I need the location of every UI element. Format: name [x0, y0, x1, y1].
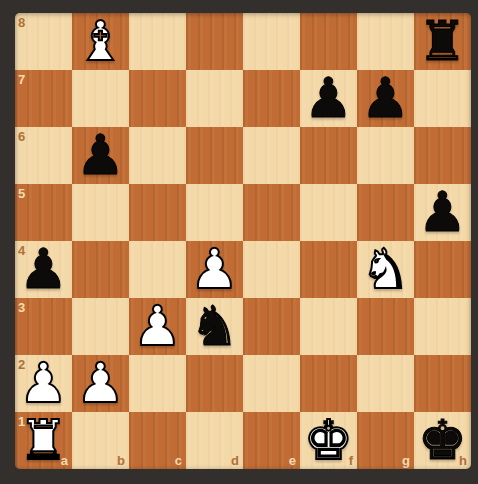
- square-c4[interactable]: [129, 241, 186, 298]
- square-h1[interactable]: h♚: [414, 412, 471, 469]
- square-g5[interactable]: [357, 184, 414, 241]
- black-rook[interactable]: ♜: [414, 13, 471, 70]
- square-h6[interactable]: [414, 127, 471, 184]
- square-d5[interactable]: [186, 184, 243, 241]
- square-d1[interactable]: d: [186, 412, 243, 469]
- square-d4[interactable]: ♟: [186, 241, 243, 298]
- square-e2[interactable]: [243, 355, 300, 412]
- rank-label-6: 6: [18, 130, 25, 143]
- square-f5[interactable]: [300, 184, 357, 241]
- square-e7[interactable]: [243, 70, 300, 127]
- square-b4[interactable]: [72, 241, 129, 298]
- square-h8[interactable]: ♜: [414, 13, 471, 70]
- file-label-c: c: [175, 454, 182, 467]
- black-pawn[interactable]: ♟: [300, 70, 357, 127]
- square-e4[interactable]: [243, 241, 300, 298]
- square-g7[interactable]: ♟: [357, 70, 414, 127]
- black-knight[interactable]: ♞: [186, 298, 243, 355]
- square-g1[interactable]: g: [357, 412, 414, 469]
- file-label-d: d: [231, 454, 239, 467]
- square-h4[interactable]: [414, 241, 471, 298]
- black-pawn[interactable]: ♟: [15, 241, 72, 298]
- white-pawn[interactable]: ♟: [15, 355, 72, 412]
- square-h5[interactable]: ♟: [414, 184, 471, 241]
- square-e1[interactable]: e: [243, 412, 300, 469]
- file-label-g: g: [402, 454, 410, 467]
- chess-board: 8♝♜7♟♟6♟5♟4♟♟♞3♟♞2♟♟1a♜bcdef♚gh♚: [15, 13, 471, 469]
- white-bishop[interactable]: ♝: [72, 13, 129, 70]
- square-e3[interactable]: [243, 298, 300, 355]
- file-label-b: b: [117, 454, 125, 467]
- square-a4[interactable]: 4♟: [15, 241, 72, 298]
- square-e8[interactable]: [243, 13, 300, 70]
- square-c2[interactable]: [129, 355, 186, 412]
- square-f3[interactable]: [300, 298, 357, 355]
- white-pawn[interactable]: ♟: [129, 298, 186, 355]
- square-b7[interactable]: [72, 70, 129, 127]
- square-a3[interactable]: 3: [15, 298, 72, 355]
- square-b6[interactable]: ♟: [72, 127, 129, 184]
- square-f4[interactable]: [300, 241, 357, 298]
- square-f2[interactable]: [300, 355, 357, 412]
- black-pawn[interactable]: ♟: [357, 70, 414, 127]
- square-g4[interactable]: ♞: [357, 241, 414, 298]
- square-d3[interactable]: ♞: [186, 298, 243, 355]
- square-f7[interactable]: ♟: [300, 70, 357, 127]
- square-d8[interactable]: [186, 13, 243, 70]
- white-knight[interactable]: ♞: [357, 241, 414, 298]
- square-h3[interactable]: [414, 298, 471, 355]
- white-pawn[interactable]: ♟: [72, 355, 129, 412]
- rank-label-7: 7: [18, 73, 25, 86]
- square-c1[interactable]: c: [129, 412, 186, 469]
- square-b1[interactable]: b: [72, 412, 129, 469]
- square-a7[interactable]: 7: [15, 70, 72, 127]
- square-d7[interactable]: [186, 70, 243, 127]
- square-g3[interactable]: [357, 298, 414, 355]
- square-f1[interactable]: f♚: [300, 412, 357, 469]
- square-e5[interactable]: [243, 184, 300, 241]
- square-c7[interactable]: [129, 70, 186, 127]
- white-king[interactable]: ♚: [300, 412, 357, 469]
- square-h7[interactable]: [414, 70, 471, 127]
- square-g8[interactable]: [357, 13, 414, 70]
- square-c5[interactable]: [129, 184, 186, 241]
- file-label-e: e: [289, 454, 296, 467]
- white-rook[interactable]: ♜: [15, 412, 72, 469]
- black-pawn[interactable]: ♟: [414, 184, 471, 241]
- square-c3[interactable]: ♟: [129, 298, 186, 355]
- square-a1[interactable]: 1a♜: [15, 412, 72, 469]
- square-g2[interactable]: [357, 355, 414, 412]
- square-a2[interactable]: 2♟: [15, 355, 72, 412]
- white-pawn[interactable]: ♟: [186, 241, 243, 298]
- rank-label-8: 8: [18, 16, 25, 29]
- square-b2[interactable]: ♟: [72, 355, 129, 412]
- square-d2[interactable]: [186, 355, 243, 412]
- rank-label-5: 5: [18, 187, 25, 200]
- square-h2[interactable]: [414, 355, 471, 412]
- chess-app-background: 8♝♜7♟♟6♟5♟4♟♟♞3♟♞2♟♟1a♜bcdef♚gh♚: [0, 0, 478, 484]
- square-e6[interactable]: [243, 127, 300, 184]
- square-b5[interactable]: [72, 184, 129, 241]
- square-c6[interactable]: [129, 127, 186, 184]
- square-b3[interactable]: [72, 298, 129, 355]
- black-king[interactable]: ♚: [414, 412, 471, 469]
- square-c8[interactable]: [129, 13, 186, 70]
- square-f8[interactable]: [300, 13, 357, 70]
- square-f6[interactable]: [300, 127, 357, 184]
- square-a5[interactable]: 5: [15, 184, 72, 241]
- square-d6[interactable]: [186, 127, 243, 184]
- square-g6[interactable]: [357, 127, 414, 184]
- square-a6[interactable]: 6: [15, 127, 72, 184]
- rank-label-3: 3: [18, 301, 25, 314]
- black-pawn[interactable]: ♟: [72, 127, 129, 184]
- square-a8[interactable]: 8: [15, 13, 72, 70]
- square-b8[interactable]: ♝: [72, 13, 129, 70]
